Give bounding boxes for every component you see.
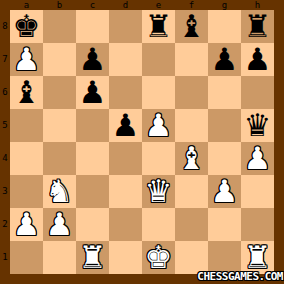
square-d5[interactable]: ♟ bbox=[109, 109, 142, 142]
white-pawn[interactable]: ♟ bbox=[244, 142, 272, 175]
square-b5[interactable] bbox=[43, 109, 76, 142]
rank-label-4: 4 bbox=[0, 142, 10, 175]
square-a2[interactable]: ♟ bbox=[10, 208, 43, 241]
square-b7[interactable] bbox=[43, 43, 76, 76]
square-g4[interactable] bbox=[208, 142, 241, 175]
square-g7[interactable]: ♟ bbox=[208, 43, 241, 76]
square-g6[interactable] bbox=[208, 76, 241, 109]
square-c6[interactable]: ♟ bbox=[76, 76, 109, 109]
white-pawn[interactable]: ♟ bbox=[46, 208, 74, 241]
rank-label-5: 5 bbox=[0, 109, 10, 142]
square-d6[interactable] bbox=[109, 76, 142, 109]
square-c7[interactable]: ♟ bbox=[76, 43, 109, 76]
square-g5[interactable] bbox=[208, 109, 241, 142]
square-g8[interactable] bbox=[208, 10, 241, 43]
square-f5[interactable] bbox=[175, 109, 208, 142]
rank-label-3: 3 bbox=[0, 175, 10, 208]
square-c8[interactable] bbox=[76, 10, 109, 43]
square-h4[interactable]: ♟ bbox=[241, 142, 274, 175]
black-pawn[interactable]: ♟ bbox=[79, 76, 107, 109]
square-e4[interactable] bbox=[142, 142, 175, 175]
square-g2[interactable] bbox=[208, 208, 241, 241]
square-e2[interactable] bbox=[142, 208, 175, 241]
rank-label-1: 1 bbox=[0, 241, 10, 274]
square-c1[interactable]: ♜ bbox=[76, 241, 109, 274]
square-b8[interactable] bbox=[43, 10, 76, 43]
rank-labels: 87654321 bbox=[0, 10, 10, 274]
file-labels: abcdefgh bbox=[10, 0, 274, 10]
white-king[interactable]: ♚ bbox=[145, 241, 173, 274]
square-e7[interactable] bbox=[142, 43, 175, 76]
white-pawn[interactable]: ♟ bbox=[13, 43, 41, 76]
square-g3[interactable]: ♟ bbox=[208, 175, 241, 208]
white-rook[interactable]: ♜ bbox=[79, 241, 107, 274]
square-b2[interactable]: ♟ bbox=[43, 208, 76, 241]
square-e6[interactable] bbox=[142, 76, 175, 109]
square-b3[interactable]: ♞ bbox=[43, 175, 76, 208]
chess-board-frame: abcdefgh 87654321 ♚♜♝♜♟♟♟♟♝♟♟♟♛♝♟♞♛♟♟♟♜♚… bbox=[0, 0, 284, 284]
file-label-c: c bbox=[76, 0, 109, 10]
black-king[interactable]: ♚ bbox=[13, 10, 41, 43]
square-c3[interactable] bbox=[76, 175, 109, 208]
square-c5[interactable] bbox=[76, 109, 109, 142]
white-pawn[interactable]: ♟ bbox=[13, 208, 41, 241]
file-label-g: g bbox=[208, 0, 241, 10]
square-f7[interactable] bbox=[175, 43, 208, 76]
square-h7[interactable]: ♟ bbox=[241, 43, 274, 76]
chessgames-watermark: CHESSGAMES.COM bbox=[197, 271, 283, 283]
square-f8[interactable]: ♝ bbox=[175, 10, 208, 43]
square-d1[interactable] bbox=[109, 241, 142, 274]
black-pawn[interactable]: ♟ bbox=[112, 109, 140, 142]
square-a4[interactable] bbox=[10, 142, 43, 175]
square-a3[interactable] bbox=[10, 175, 43, 208]
rank-label-6: 6 bbox=[0, 76, 10, 109]
square-c2[interactable] bbox=[76, 208, 109, 241]
black-queen[interactable]: ♛ bbox=[244, 109, 272, 142]
square-h8[interactable]: ♜ bbox=[241, 10, 274, 43]
rank-label-7: 7 bbox=[0, 43, 10, 76]
square-d7[interactable] bbox=[109, 43, 142, 76]
square-a1[interactable] bbox=[10, 241, 43, 274]
square-f4[interactable]: ♝ bbox=[175, 142, 208, 175]
white-pawn[interactable]: ♟ bbox=[211, 175, 239, 208]
white-bishop[interactable]: ♝ bbox=[178, 142, 206, 175]
square-b4[interactable] bbox=[43, 142, 76, 175]
square-c4[interactable] bbox=[76, 142, 109, 175]
square-h6[interactable] bbox=[241, 76, 274, 109]
rank-label-2: 2 bbox=[0, 208, 10, 241]
square-d8[interactable] bbox=[109, 10, 142, 43]
square-f6[interactable] bbox=[175, 76, 208, 109]
square-d4[interactable] bbox=[109, 142, 142, 175]
black-bishop[interactable]: ♝ bbox=[13, 76, 41, 109]
black-pawn[interactable]: ♟ bbox=[211, 43, 239, 76]
white-queen[interactable]: ♛ bbox=[145, 175, 173, 208]
black-pawn[interactable]: ♟ bbox=[79, 43, 107, 76]
square-a8[interactable]: ♚ bbox=[10, 10, 43, 43]
black-bishop[interactable]: ♝ bbox=[178, 10, 206, 43]
black-rook[interactable]: ♜ bbox=[244, 10, 272, 43]
square-a6[interactable]: ♝ bbox=[10, 76, 43, 109]
square-e8[interactable]: ♜ bbox=[142, 10, 175, 43]
chess-board: ♚♜♝♜♟♟♟♟♝♟♟♟♛♝♟♞♛♟♟♟♜♚♜ bbox=[10, 10, 274, 274]
square-f3[interactable] bbox=[175, 175, 208, 208]
black-rook[interactable]: ♜ bbox=[145, 10, 173, 43]
square-a7[interactable]: ♟ bbox=[10, 43, 43, 76]
square-h5[interactable]: ♛ bbox=[241, 109, 274, 142]
file-label-b: b bbox=[43, 0, 76, 10]
square-b6[interactable] bbox=[43, 76, 76, 109]
square-a5[interactable] bbox=[10, 109, 43, 142]
square-e1[interactable]: ♚ bbox=[142, 241, 175, 274]
black-pawn[interactable]: ♟ bbox=[244, 43, 272, 76]
file-label-d: d bbox=[109, 0, 142, 10]
square-d2[interactable] bbox=[109, 208, 142, 241]
square-f2[interactable] bbox=[175, 208, 208, 241]
square-d3[interactable] bbox=[109, 175, 142, 208]
square-e5[interactable]: ♟ bbox=[142, 109, 175, 142]
white-knight[interactable]: ♞ bbox=[46, 175, 74, 208]
square-h2[interactable] bbox=[241, 208, 274, 241]
square-b1[interactable] bbox=[43, 241, 76, 274]
rank-label-8: 8 bbox=[0, 10, 10, 43]
square-e3[interactable]: ♛ bbox=[142, 175, 175, 208]
square-h3[interactable] bbox=[241, 175, 274, 208]
white-pawn[interactable]: ♟ bbox=[145, 109, 173, 142]
